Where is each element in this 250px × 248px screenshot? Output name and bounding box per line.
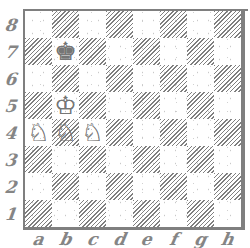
rank-label-4: 4 [0,119,22,146]
square-c8[interactable] [79,11,106,38]
file-label-e: e [131,229,161,248]
square-g5[interactable] [187,92,214,119]
border-overshoot [239,9,248,11]
square-d1[interactable] [106,200,133,227]
square-f5[interactable] [160,92,187,119]
square-f8[interactable] [160,11,187,38]
rank-label-2: 2 [0,173,22,200]
square-a5[interactable] [25,92,52,119]
square-a4[interactable]: ♘ [25,119,52,146]
square-d6[interactable] [106,65,133,92]
square-c1[interactable] [79,200,106,227]
square-g3[interactable] [187,146,214,173]
square-b4[interactable]: ♘ [52,119,79,146]
file-label-c: c [77,229,107,248]
square-e6[interactable] [133,65,160,92]
rank-label-7: 7 [0,38,22,65]
chess-diagram: 87654321 ♚♔♘♘♘ abcdefgh [0,0,250,248]
square-c4[interactable]: ♘ [79,119,106,146]
rank-labels: 87654321 [0,11,21,227]
square-c5[interactable] [79,92,106,119]
square-h7[interactable] [214,38,241,65]
square-h2[interactable] [214,173,241,200]
square-b8[interactable] [52,11,79,38]
rank-label-6: 6 [0,65,22,92]
square-a8[interactable] [25,11,52,38]
square-a2[interactable] [25,173,52,200]
square-f6[interactable] [160,65,187,92]
square-e3[interactable] [133,146,160,173]
square-f2[interactable] [160,173,187,200]
rank-label-5: 5 [0,92,22,119]
square-g6[interactable] [187,65,214,92]
square-e2[interactable] [133,173,160,200]
square-f3[interactable] [160,146,187,173]
white-knight: ♘ [81,119,103,146]
square-g4[interactable] [187,119,214,146]
square-g2[interactable] [187,173,214,200]
square-e4[interactable] [133,119,160,146]
square-d7[interactable] [106,38,133,65]
chess-board: ♚♔♘♘♘ [23,9,245,230]
white-king: ♔ [54,92,76,119]
square-b1[interactable] [52,200,79,227]
square-c3[interactable] [79,146,106,173]
square-f4[interactable] [160,119,187,146]
square-e5[interactable] [133,92,160,119]
white-knight: ♘ [54,119,76,146]
square-a3[interactable] [25,146,52,173]
square-b7[interactable]: ♚ [52,38,79,65]
square-a6[interactable] [25,65,52,92]
square-a1[interactable] [25,200,52,227]
square-b3[interactable] [52,146,79,173]
file-label-h: h [212,229,242,248]
square-h6[interactable] [214,65,241,92]
square-d2[interactable] [106,173,133,200]
square-b2[interactable] [52,173,79,200]
file-label-b: b [50,229,80,248]
square-d5[interactable] [106,92,133,119]
square-e7[interactable] [133,38,160,65]
rank-label-1: 1 [0,200,22,227]
square-h1[interactable] [214,200,241,227]
square-e8[interactable] [133,11,160,38]
square-d8[interactable] [106,11,133,38]
file-labels: abcdefgh [25,229,241,248]
white-knight: ♘ [27,119,49,146]
file-label-f: f [158,229,188,248]
file-label-a: a [23,229,53,248]
square-b6[interactable] [52,65,79,92]
square-a7[interactable] [25,38,52,65]
square-b5[interactable]: ♔ [52,92,79,119]
square-d3[interactable] [106,146,133,173]
square-h3[interactable] [214,146,241,173]
black-king: ♚ [54,38,76,65]
file-label-d: d [104,229,134,248]
square-g8[interactable] [187,11,214,38]
square-c7[interactable] [79,38,106,65]
square-h5[interactable] [214,92,241,119]
square-h8[interactable] [214,11,241,38]
rank-label-8: 8 [0,11,22,38]
square-d4[interactable] [106,119,133,146]
square-g7[interactable] [187,38,214,65]
square-h4[interactable] [214,119,241,146]
square-g1[interactable] [187,200,214,227]
square-c2[interactable] [79,173,106,200]
square-e1[interactable] [133,200,160,227]
square-c6[interactable] [79,65,106,92]
rank-label-3: 3 [0,146,22,173]
square-f1[interactable] [160,200,187,227]
square-f7[interactable] [160,38,187,65]
file-label-g: g [185,229,215,248]
